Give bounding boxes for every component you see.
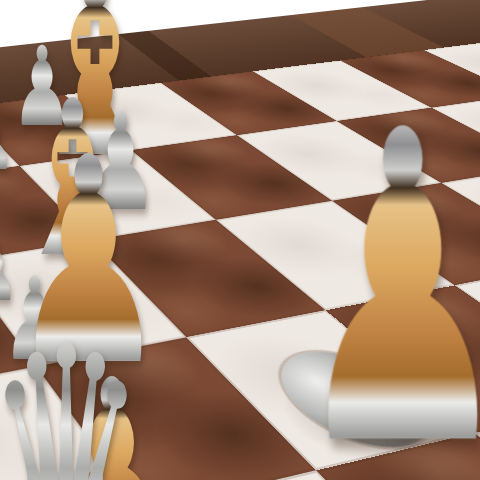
chess-set-photo: ♟ ♟♝♟♟♝♟♟♟♟♛ <box>0 0 480 480</box>
piece-silver-queen-a4[interactable]: ♛ <box>0 265 211 480</box>
pieces-overlay-layer: ♟♝♟♟♝♟♟♟♟♛ <box>0 0 480 480</box>
queen-icon: ♛ <box>0 309 156 480</box>
